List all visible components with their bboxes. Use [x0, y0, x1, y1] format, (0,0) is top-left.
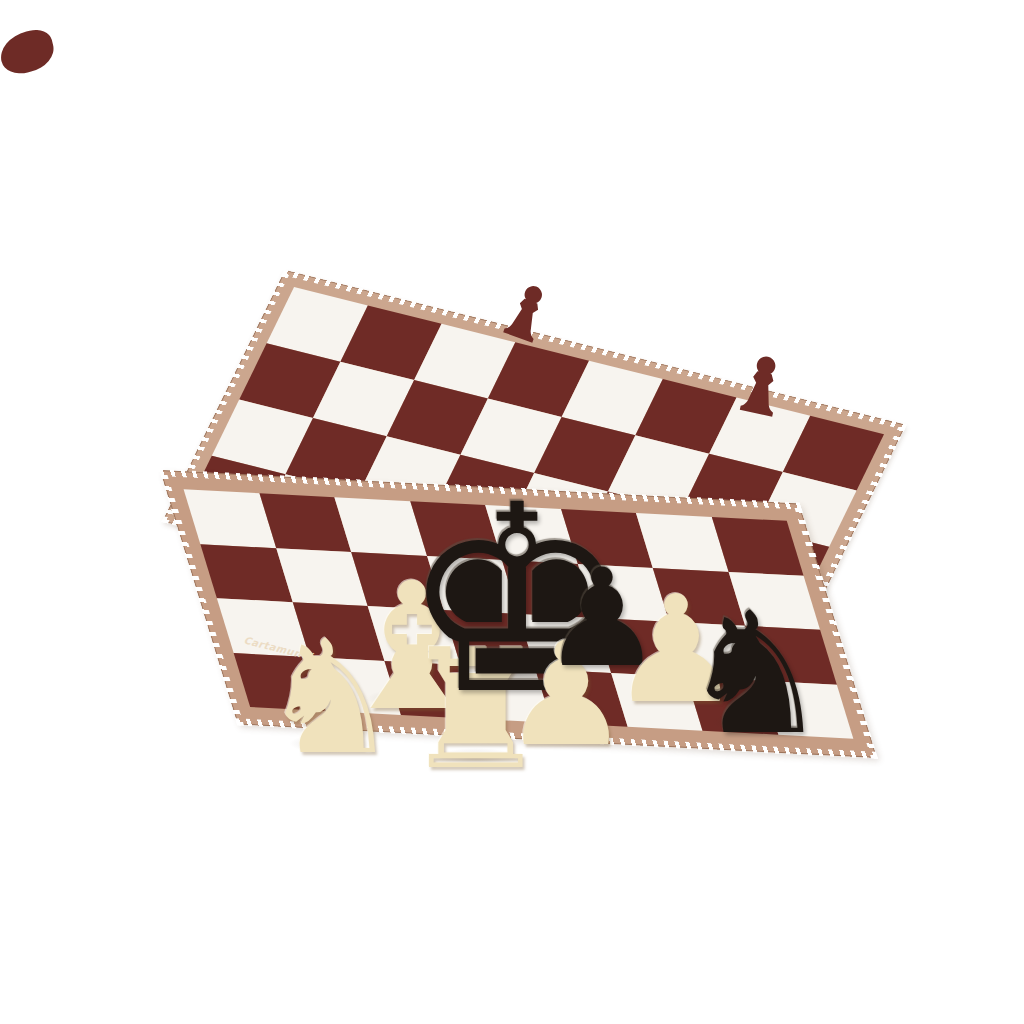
product-photo-canvas: Cartamundi ♞♝♜♚♟♟♟♞ — [0, 0, 1024, 1024]
die-cut-hole — [0, 0, 37, 32]
black-knight-piece: ♞ — [671, 590, 839, 758]
cardboard-curl-cutout — [0, 26, 58, 78]
